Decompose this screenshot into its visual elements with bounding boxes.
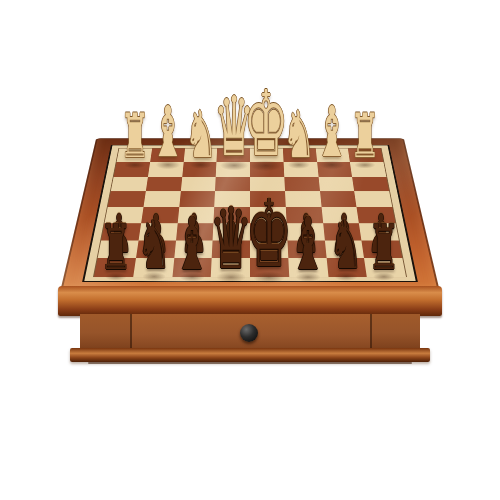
dark-bishop-piece[interactable]: ♝ xyxy=(174,207,211,280)
dark-king-piece[interactable]: ♚ xyxy=(246,188,293,281)
box-top-edge xyxy=(58,286,442,316)
box-bottom-shadow xyxy=(88,362,412,364)
square-a3[interactable] xyxy=(352,177,389,192)
square-h3[interactable] xyxy=(111,177,148,192)
dark-knight-piece[interactable]: ♞ xyxy=(137,212,171,279)
light-bishop-piece[interactable]: ♝ xyxy=(315,98,350,168)
light-rook-piece[interactable]: ♜ xyxy=(119,106,150,167)
square-g3[interactable] xyxy=(146,177,182,192)
box-base-molding xyxy=(70,348,430,362)
square-b3[interactable] xyxy=(318,177,354,192)
dark-bishop-piece[interactable]: ♝ xyxy=(289,207,326,280)
product-shot: ♜♝♞♛♚♞♝♜♟♟♟♟♟♟♟♟♜♞♝♛♚♝♞♜ xyxy=(0,0,500,500)
drawer-knob[interactable] xyxy=(240,324,258,342)
dark-rook-piece[interactable]: ♜ xyxy=(369,216,401,279)
light-knight-piece[interactable]: ♞ xyxy=(283,102,316,167)
dark-rook-piece[interactable]: ♜ xyxy=(100,216,132,279)
light-bishop-piece[interactable]: ♝ xyxy=(150,98,185,168)
light-rook-piece[interactable]: ♜ xyxy=(350,106,381,167)
dark-knight-piece[interactable]: ♞ xyxy=(329,212,363,279)
light-knight-piece[interactable]: ♞ xyxy=(184,102,217,167)
